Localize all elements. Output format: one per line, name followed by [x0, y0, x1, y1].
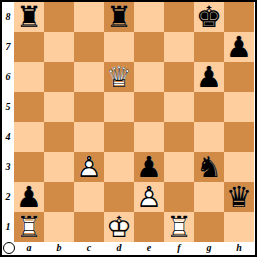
- file-label-g: g: [194, 242, 224, 255]
- square-e8[interactable]: [134, 2, 164, 32]
- square-g4[interactable]: [194, 122, 224, 152]
- square-h7[interactable]: ♟: [224, 32, 254, 62]
- black-pawn-a2-icon[interactable]: ♟: [14, 182, 44, 212]
- square-e5[interactable]: [134, 92, 164, 122]
- square-f8[interactable]: [164, 2, 194, 32]
- white-queen-d6-icon[interactable]: ♛♕: [104, 62, 134, 92]
- rank-label-2: 2: [2, 182, 14, 212]
- square-d3[interactable]: [104, 152, 134, 182]
- piece-fill-layer: ♟: [14, 182, 44, 212]
- square-e3[interactable]: ♟: [134, 152, 164, 182]
- square-b6[interactable]: [44, 62, 74, 92]
- square-b2[interactable]: [44, 182, 74, 212]
- square-c5[interactable]: [74, 92, 104, 122]
- piece-fill-layer: ♛: [224, 182, 254, 212]
- square-f7[interactable]: [164, 32, 194, 62]
- square-c8[interactable]: [74, 2, 104, 32]
- rank-label-3: 3: [2, 152, 14, 182]
- square-h8[interactable]: [224, 2, 254, 32]
- square-d2[interactable]: [104, 182, 134, 212]
- square-c6[interactable]: [74, 62, 104, 92]
- black-rook-a8-icon[interactable]: ♜: [14, 2, 44, 32]
- square-c1[interactable]: [74, 212, 104, 242]
- square-g2[interactable]: [194, 182, 224, 212]
- white-pawn-c3-icon[interactable]: ♟♙: [74, 152, 104, 182]
- square-f1[interactable]: ♜♖: [164, 212, 194, 242]
- square-e7[interactable]: [134, 32, 164, 62]
- square-g8[interactable]: ♚: [194, 2, 224, 32]
- white-rook-a1-icon[interactable]: ♜♖: [14, 212, 44, 242]
- black-pawn-h7-icon[interactable]: ♟: [224, 32, 254, 62]
- square-a7[interactable]: [14, 32, 44, 62]
- square-h6[interactable]: [224, 62, 254, 92]
- piece-fill-layer: ♟: [194, 62, 224, 92]
- piece-fill-layer: ♞: [194, 152, 224, 182]
- square-e2[interactable]: ♟♙: [134, 182, 164, 212]
- square-e4[interactable]: [134, 122, 164, 152]
- piece-outline-layer: ♖: [164, 212, 194, 242]
- white-pawn-e2-icon[interactable]: ♟♙: [134, 182, 164, 212]
- black-knight-g3-icon[interactable]: ♞: [194, 152, 224, 182]
- square-g3[interactable]: ♞: [194, 152, 224, 182]
- square-d1[interactable]: ♚♔: [104, 212, 134, 242]
- piece-outline-layer: ♖: [14, 212, 44, 242]
- chess-diagram: 87654321 ♜♜♚♟♛♕♟♟♙♟♞♟♟♙♛♜♖♚♔♜♖ abcdefgh: [0, 0, 257, 257]
- black-pawn-g6-icon[interactable]: ♟: [194, 62, 224, 92]
- square-c2[interactable]: [74, 182, 104, 212]
- file-labels: abcdefgh: [14, 242, 254, 255]
- square-f6[interactable]: [164, 62, 194, 92]
- square-g6[interactable]: ♟: [194, 62, 224, 92]
- piece-outline-layer: ♙: [134, 182, 164, 212]
- square-d5[interactable]: [104, 92, 134, 122]
- white-to-move-indicator: [3, 242, 15, 254]
- square-h1[interactable]: [224, 212, 254, 242]
- file-label-b: b: [44, 242, 74, 255]
- square-f4[interactable]: [164, 122, 194, 152]
- square-e1[interactable]: [134, 212, 164, 242]
- square-d7[interactable]: [104, 32, 134, 62]
- white-rook-f1-icon[interactable]: ♜♖: [164, 212, 194, 242]
- square-a2[interactable]: ♟: [14, 182, 44, 212]
- square-d8[interactable]: ♜: [104, 2, 134, 32]
- square-h5[interactable]: [224, 92, 254, 122]
- black-pawn-e3-icon[interactable]: ♟: [134, 152, 164, 182]
- square-b7[interactable]: [44, 32, 74, 62]
- piece-fill-layer: ♟: [224, 32, 254, 62]
- square-h4[interactable]: [224, 122, 254, 152]
- piece-outline-layer: ♙: [74, 152, 104, 182]
- square-c7[interactable]: [74, 32, 104, 62]
- square-b5[interactable]: [44, 92, 74, 122]
- rank-labels: 87654321: [2, 2, 14, 242]
- rank-label-1: 1: [2, 212, 14, 242]
- rank-label-5: 5: [2, 92, 14, 122]
- square-a5[interactable]: [14, 92, 44, 122]
- square-h3[interactable]: [224, 152, 254, 182]
- square-a6[interactable]: [14, 62, 44, 92]
- piece-fill-layer: ♚: [194, 2, 224, 32]
- file-label-e: e: [134, 242, 164, 255]
- square-g7[interactable]: [194, 32, 224, 62]
- black-rook-d8-icon[interactable]: ♜: [104, 2, 134, 32]
- square-b8[interactable]: [44, 2, 74, 32]
- black-queen-h2-icon[interactable]: ♛: [224, 182, 254, 212]
- square-a1[interactable]: ♜♖: [14, 212, 44, 242]
- square-f2[interactable]: [164, 182, 194, 212]
- square-d6[interactable]: ♛♕: [104, 62, 134, 92]
- file-label-f: f: [164, 242, 194, 255]
- square-g1[interactable]: [194, 212, 224, 242]
- square-g5[interactable]: [194, 92, 224, 122]
- square-a4[interactable]: [14, 122, 44, 152]
- chess-board: ♜♜♚♟♛♕♟♟♙♟♞♟♟♙♛♜♖♚♔♜♖: [14, 2, 254, 242]
- square-a8[interactable]: ♜: [14, 2, 44, 32]
- piece-fill-layer: ♜: [14, 2, 44, 32]
- black-king-g8-icon[interactable]: ♚: [194, 2, 224, 32]
- piece-fill-layer: ♟: [134, 152, 164, 182]
- file-label-c: c: [74, 242, 104, 255]
- rank-label-4: 4: [2, 122, 14, 152]
- square-f5[interactable]: [164, 92, 194, 122]
- file-label-d: d: [104, 242, 134, 255]
- square-b1[interactable]: [44, 212, 74, 242]
- piece-outline-layer: ♕: [104, 62, 134, 92]
- rank-label-7: 7: [2, 32, 14, 62]
- white-king-d1-icon[interactable]: ♚♔: [104, 212, 134, 242]
- file-label-h: h: [224, 242, 254, 255]
- rank-label-8: 8: [2, 2, 14, 32]
- square-c4[interactable]: [74, 122, 104, 152]
- square-c3[interactable]: ♟♙: [74, 152, 104, 182]
- square-a3[interactable]: [14, 152, 44, 182]
- square-h2[interactable]: ♛: [224, 182, 254, 212]
- square-b4[interactable]: [44, 122, 74, 152]
- square-f3[interactable]: [164, 152, 194, 182]
- square-e6[interactable]: [134, 62, 164, 92]
- square-d4[interactable]: [104, 122, 134, 152]
- piece-outline-layer: ♔: [104, 212, 134, 242]
- piece-fill-layer: ♜: [104, 2, 134, 32]
- file-label-a: a: [14, 242, 44, 255]
- square-b3[interactable]: [44, 152, 74, 182]
- rank-label-6: 6: [2, 62, 14, 92]
